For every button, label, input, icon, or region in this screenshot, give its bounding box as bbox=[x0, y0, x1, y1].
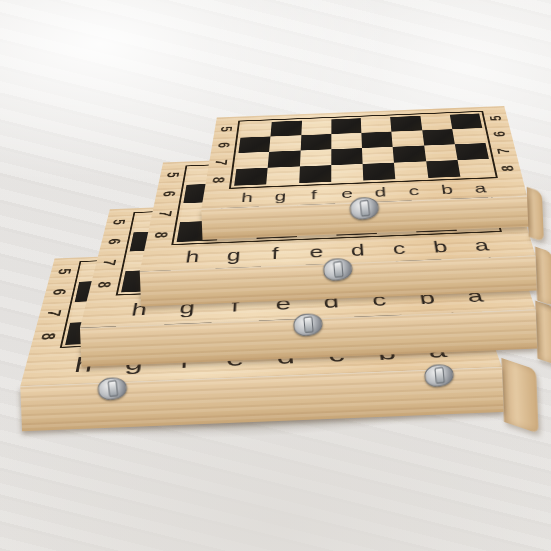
square-d8 bbox=[363, 163, 396, 181]
rank-label: 6 bbox=[214, 142, 233, 148]
board-1-top-face: 5 6 7 8 5 6 7 8 h g f e bbox=[201, 106, 527, 209]
rank-label: 6 bbox=[158, 191, 177, 197]
file-label: h bbox=[170, 247, 214, 267]
rank-label: 6 bbox=[491, 131, 510, 137]
square-g6 bbox=[269, 135, 301, 152]
product-photo: 5 6 7 8 5 6 7 8 h g f e bbox=[0, 0, 551, 551]
board-1-checkerboard bbox=[229, 111, 498, 189]
square-e8 bbox=[331, 164, 363, 182]
square-a5 bbox=[450, 113, 483, 129]
square-e5 bbox=[331, 118, 361, 134]
square-b5 bbox=[420, 115, 452, 131]
square-f8 bbox=[299, 165, 331, 183]
rank-label: 8 bbox=[93, 281, 114, 288]
file-label: h bbox=[230, 189, 265, 205]
board-2-side-panel bbox=[535, 247, 551, 307]
file-label: a bbox=[459, 235, 504, 255]
square-b6 bbox=[422, 129, 455, 145]
file-label: f bbox=[254, 244, 296, 264]
square-h5 bbox=[240, 122, 272, 138]
rank-label: 5 bbox=[487, 115, 506, 121]
square-d7 bbox=[362, 147, 394, 164]
file-label: c bbox=[396, 183, 431, 199]
rank-label: 7 bbox=[42, 310, 65, 317]
board-4-side-panel bbox=[502, 358, 539, 434]
square-a7 bbox=[455, 143, 489, 160]
square-f7 bbox=[299, 149, 331, 166]
clasp-pin bbox=[359, 200, 370, 217]
clasp-pin bbox=[107, 380, 118, 397]
metal-clasp bbox=[349, 196, 380, 221]
square-c7 bbox=[393, 146, 426, 163]
square-f5 bbox=[301, 119, 331, 135]
stack-group: 5 6 7 8 5 6 7 8 h g f e bbox=[0, 0, 551, 551]
square-a8 bbox=[457, 159, 492, 177]
board-1-side-panel bbox=[527, 187, 544, 242]
square-c6 bbox=[392, 130, 424, 146]
file-label: a bbox=[462, 180, 498, 196]
rank-label: 6 bbox=[104, 238, 124, 244]
rank-label: 7 bbox=[99, 259, 120, 266]
file-label: f bbox=[297, 187, 331, 203]
board-3-side-panel bbox=[535, 301, 551, 366]
rank-label: 7 bbox=[495, 148, 515, 154]
metal-clasp bbox=[292, 312, 323, 337]
rank-label: 5 bbox=[162, 172, 181, 178]
square-a6 bbox=[452, 128, 485, 144]
square-e7 bbox=[331, 148, 363, 165]
clasp-pin bbox=[434, 367, 445, 384]
rank-label: 8 bbox=[498, 165, 518, 172]
file-label: c bbox=[378, 239, 421, 259]
square-c8 bbox=[394, 161, 428, 179]
file-label: b bbox=[418, 237, 462, 257]
square-g7 bbox=[268, 151, 300, 168]
square-c5 bbox=[390, 116, 421, 132]
square-g8 bbox=[266, 166, 299, 184]
rank-label: 5 bbox=[109, 219, 129, 225]
rank-label: 8 bbox=[35, 333, 59, 341]
clasp-pin bbox=[332, 261, 343, 278]
file-label: g bbox=[212, 245, 255, 265]
clasp-pin bbox=[303, 316, 314, 333]
rank-label: 8 bbox=[208, 177, 228, 184]
rank-label: 5 bbox=[53, 268, 75, 275]
square-e6 bbox=[331, 133, 362, 149]
rank-label: 7 bbox=[154, 210, 174, 217]
square-h6 bbox=[238, 136, 270, 153]
square-f6 bbox=[300, 134, 331, 150]
rank-label: 6 bbox=[47, 288, 70, 295]
rank-label: 5 bbox=[216, 126, 234, 132]
rank-label: 8 bbox=[150, 231, 171, 238]
square-d5 bbox=[361, 117, 392, 133]
file-label: b bbox=[429, 181, 465, 197]
square-b7 bbox=[424, 144, 458, 161]
metal-clasp bbox=[96, 376, 127, 401]
metal-clasp bbox=[322, 257, 353, 282]
square-h8 bbox=[234, 168, 268, 186]
file-label: d bbox=[337, 240, 379, 260]
rank-label: 7 bbox=[211, 159, 230, 165]
square-h7 bbox=[236, 152, 269, 169]
square-d6 bbox=[361, 132, 392, 148]
file-label: g bbox=[263, 188, 297, 204]
square-b8 bbox=[426, 160, 460, 178]
square-g5 bbox=[271, 121, 302, 137]
